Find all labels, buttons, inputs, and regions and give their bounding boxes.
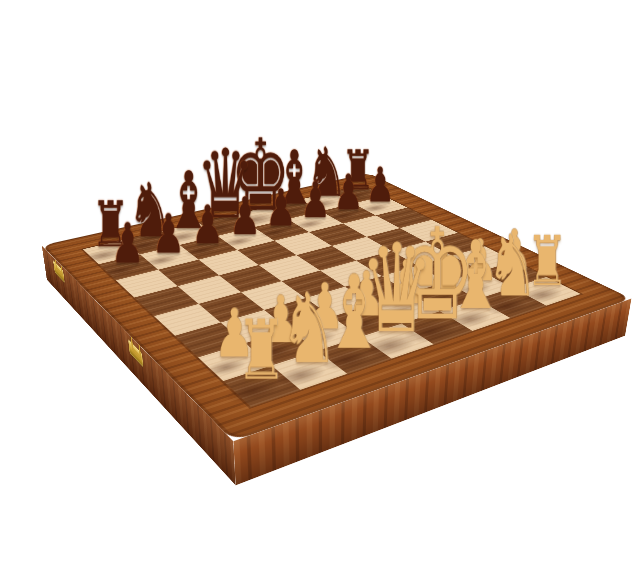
piece-white-rook-a1[interactable]: ♜ — [236, 309, 286, 392]
piece-white-knight-b1[interactable]: ♞ — [279, 280, 338, 377]
chess-board: ♜♞♝♛♚♝♞♜♟♟♟♟♟♟♟♟♟♟♟♟♟♟♟♟♜♞♝♛♚♝♞♜ — [42, 173, 632, 441]
chess-set-photo: ♜♞♝♛♚♝♞♜♟♟♟♟♟♟♟♟♟♟♟♟♟♟♟♟♜♞♝♛♚♝♞♜ — [0, 0, 640, 584]
